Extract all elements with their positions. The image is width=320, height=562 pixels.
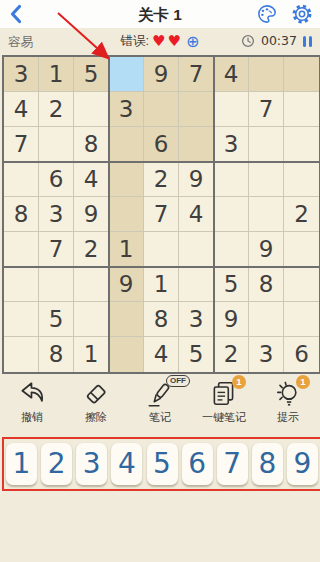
- cell-r3c7[interactable]: 3: [214, 127, 249, 162]
- cell-r7c1[interactable]: [4, 267, 39, 302]
- cell-r9c6[interactable]: 5: [179, 337, 214, 372]
- cell-r8c1[interactable]: [4, 302, 39, 337]
- undo-icon: [17, 379, 47, 409]
- cell-r3c4[interactable]: [109, 127, 144, 162]
- cell-r2c9[interactable]: [284, 92, 319, 127]
- cell-r2c4[interactable]: 3: [109, 92, 144, 127]
- cell-r5c1[interactable]: 8: [4, 197, 39, 232]
- cell-r7c5[interactable]: 1: [144, 267, 179, 302]
- cell-r1c3[interactable]: 5: [74, 57, 109, 92]
- cell-r7c6[interactable]: [179, 267, 214, 302]
- clock-icon: [241, 34, 255, 48]
- auto-notes-count-badge: 1: [232, 375, 246, 389]
- cell-r3c8[interactable]: [249, 127, 284, 162]
- timer-group: 00:37: [241, 33, 312, 48]
- cell-r2c2[interactable]: 2: [39, 92, 74, 127]
- number-pad: 123456789: [2, 437, 320, 491]
- auto-notes-button[interactable]: 1 一键笔记: [192, 379, 256, 433]
- cell-r1c4[interactable]: [109, 57, 144, 92]
- cell-r5c4[interactable]: [109, 197, 144, 232]
- cell-r5c7[interactable]: [214, 197, 249, 232]
- cell-r5c8[interactable]: [249, 197, 284, 232]
- toolbar: 撤销 擦除 OFF 笔记: [0, 379, 320, 433]
- numpad-button-5[interactable]: 5: [147, 443, 178, 485]
- numpad-button-9[interactable]: 9: [287, 443, 318, 485]
- cell-r8c8[interactable]: [249, 302, 284, 337]
- cell-r2c6[interactable]: [179, 92, 214, 127]
- cell-r7c4[interactable]: 9: [109, 267, 144, 302]
- numpad-button-1[interactable]: 1: [6, 443, 37, 485]
- numpad-button-2[interactable]: 2: [41, 443, 72, 485]
- cell-r7c8[interactable]: 8: [249, 267, 284, 302]
- settings-button[interactable]: [290, 2, 314, 26]
- cell-r1c7[interactable]: 4: [214, 57, 249, 92]
- cell-r9c3[interactable]: 1: [74, 337, 109, 372]
- palette-icon: [255, 2, 279, 26]
- cell-r9c1[interactable]: [4, 337, 39, 372]
- notes-off-badge: OFF: [166, 375, 190, 387]
- cell-r8c5[interactable]: 8: [144, 302, 179, 337]
- cell-r8c9[interactable]: [284, 302, 319, 337]
- cell-r3c3[interactable]: 8: [74, 127, 109, 162]
- numpad-button-3[interactable]: 3: [76, 443, 107, 485]
- cell-r2c7[interactable]: [214, 92, 249, 127]
- theme-palette-button[interactable]: [255, 2, 279, 26]
- cell-r8c7[interactable]: 9: [214, 302, 249, 337]
- cell-r6c2[interactable]: 7: [39, 232, 74, 267]
- cell-r9c8[interactable]: 3: [249, 337, 284, 372]
- cell-r2c3[interactable]: [74, 92, 109, 127]
- cell-r4c1[interactable]: [4, 162, 39, 197]
- cell-r6c4[interactable]: 1: [109, 232, 144, 267]
- erase-button[interactable]: 擦除: [64, 379, 128, 433]
- cell-r7c7[interactable]: 5: [214, 267, 249, 302]
- undo-button[interactable]: 撤销: [0, 379, 64, 433]
- undo-label: 撤销: [21, 410, 43, 425]
- cell-r8c4[interactable]: [109, 302, 144, 337]
- cell-r9c5[interactable]: 4: [144, 337, 179, 372]
- cell-r2c1[interactable]: 4: [4, 92, 39, 127]
- cell-r4c4[interactable]: [109, 162, 144, 197]
- cell-r3c5[interactable]: 6: [144, 127, 179, 162]
- status-bar: 容易 错误: ♥♥ ⊕ 00:37: [0, 28, 320, 55]
- cell-r7c9[interactable]: [284, 267, 319, 302]
- cell-r3c1[interactable]: 7: [4, 127, 39, 162]
- cell-r6c9[interactable]: [284, 232, 319, 267]
- cell-r3c9[interactable]: [284, 127, 319, 162]
- erase-label: 擦除: [85, 410, 107, 425]
- cell-r6c8[interactable]: 9: [249, 232, 284, 267]
- cell-r6c7[interactable]: [214, 232, 249, 267]
- cell-r2c5[interactable]: [144, 92, 179, 127]
- cell-r2c8[interactable]: 7: [249, 92, 284, 127]
- cell-r4c5[interactable]: 2: [144, 162, 179, 197]
- cell-r4c2[interactable]: 6: [39, 162, 74, 197]
- cell-r6c3[interactable]: 2: [74, 232, 109, 267]
- hint-count-badge: 1: [296, 375, 310, 389]
- cell-r3c2[interactable]: [39, 127, 74, 162]
- gear-icon: [290, 2, 314, 26]
- heart-icon: ♥: [152, 32, 165, 50]
- numpad-button-7[interactable]: 7: [217, 443, 248, 485]
- cell-r4c6[interactable]: 9: [179, 162, 214, 197]
- numpad-button-6[interactable]: 6: [182, 443, 213, 485]
- cell-r1c9[interactable]: [284, 57, 319, 92]
- board-frame: 3159744237786364298397427219915858398145…: [2, 55, 320, 374]
- hint-label: 提示: [277, 410, 299, 425]
- cell-r1c8[interactable]: [249, 57, 284, 92]
- cell-r8c6[interactable]: 3: [179, 302, 214, 337]
- eraser-icon: [81, 379, 111, 409]
- cell-r4c9[interactable]: [284, 162, 319, 197]
- auto-notes-label: 一键笔记: [202, 410, 246, 425]
- cell-r6c5[interactable]: [144, 232, 179, 267]
- cell-r5c5[interactable]: 7: [144, 197, 179, 232]
- cell-r1c6[interactable]: 7: [179, 57, 214, 92]
- cell-r9c7[interactable]: 2: [214, 337, 249, 372]
- cell-r6c6[interactable]: [179, 232, 214, 267]
- header-bar: 关卡 1: [0, 0, 320, 28]
- errors-label: 错误:: [121, 33, 149, 50]
- cell-r5c6[interactable]: 4: [179, 197, 214, 232]
- sudoku-grid: 3159744237786364298397427219915858398145…: [4, 57, 319, 372]
- cell-r7c3[interactable]: [74, 267, 109, 302]
- cell-r5c9[interactable]: 2: [284, 197, 319, 232]
- cell-r9c2[interactable]: 8: [39, 337, 74, 372]
- time-value: 00:37: [261, 33, 297, 48]
- cell-r1c2[interactable]: 1: [39, 57, 74, 92]
- cell-r8c3[interactable]: [74, 302, 109, 337]
- cell-r5c2[interactable]: 3: [39, 197, 74, 232]
- numpad-button-4[interactable]: 4: [111, 443, 142, 485]
- cell-r4c7[interactable]: [214, 162, 249, 197]
- heart-icon: ♥: [168, 32, 181, 50]
- add-life-icon[interactable]: ⊕: [186, 34, 199, 49]
- cell-r1c1[interactable]: 3: [4, 57, 39, 92]
- hearts-container: ♥♥: [150, 32, 181, 50]
- cell-r3c6[interactable]: [179, 127, 214, 162]
- pause-button[interactable]: [303, 35, 312, 47]
- notes-label: 笔记: [149, 410, 171, 425]
- cell-r4c8[interactable]: [249, 162, 284, 197]
- cell-r1c5[interactable]: 9: [144, 57, 179, 92]
- cell-r8c2[interactable]: 5: [39, 302, 74, 337]
- cell-r5c3[interactable]: 9: [74, 197, 109, 232]
- hint-button[interactable]: 1 提示: [256, 379, 320, 433]
- numpad-button-8[interactable]: 8: [252, 443, 283, 485]
- cell-r7c2[interactable]: [39, 267, 74, 302]
- cell-r4c3[interactable]: 4: [74, 162, 109, 197]
- cell-r9c9[interactable]: 6: [284, 337, 319, 372]
- notes-toggle-button[interactable]: OFF 笔记: [128, 379, 192, 433]
- cell-r9c4[interactable]: [109, 337, 144, 372]
- cell-r6c1[interactable]: [4, 232, 39, 267]
